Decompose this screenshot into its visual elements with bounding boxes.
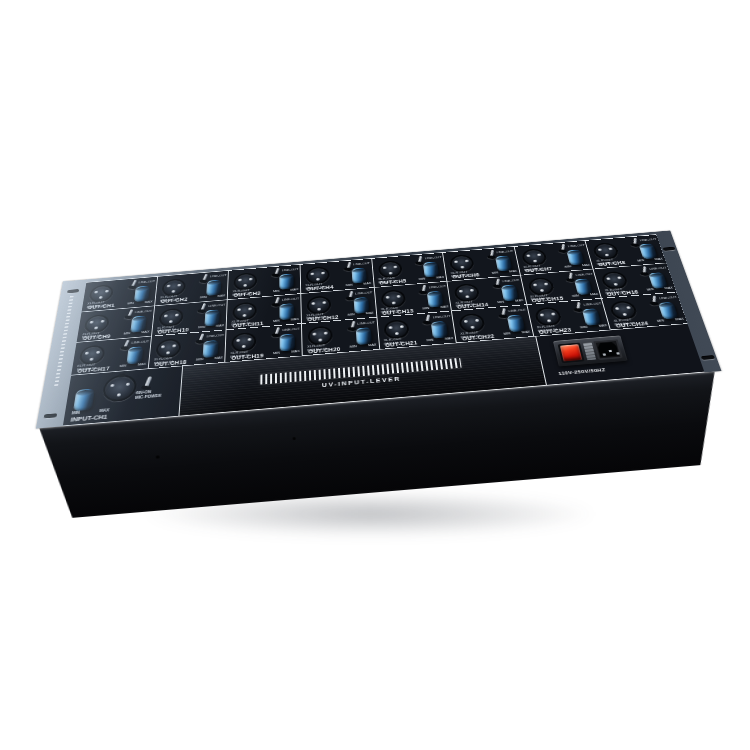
- xlr-pin: [249, 278, 253, 281]
- xlr-pin: [248, 338, 252, 341]
- min-label: MIN: [127, 301, 134, 305]
- channel-toggle-switch: [201, 303, 207, 311]
- switch-label: LINE-OUT: [575, 272, 593, 277]
- xlr-pin: [175, 313, 179, 316]
- xlr-pin: [618, 276, 622, 279]
- mounting-slot: [663, 247, 676, 251]
- xlr-pin: [94, 291, 98, 294]
- max-label: MAX: [521, 330, 530, 334]
- xlr-pin: [394, 332, 398, 335]
- xlr-pin: [464, 320, 468, 323]
- channel-toggle-switch: [634, 238, 637, 245]
- max-label: MAX: [515, 299, 524, 303]
- xlr-pin: [96, 351, 100, 354]
- min-label: MIN: [418, 277, 425, 281]
- xlr-pin: [544, 282, 548, 285]
- xlr-pin: [465, 260, 469, 263]
- xlr-pin: [249, 307, 253, 310]
- min-label: MIN: [426, 338, 433, 342]
- knob-minmax-labels: MINMAX: [348, 311, 374, 317]
- max-label: MAX: [445, 336, 454, 340]
- xlr-pin: [391, 301, 395, 304]
- channel-toggle-switch: [350, 321, 355, 329]
- knob-minmax-labels: MINMAX: [418, 275, 444, 280]
- channel-toggle-switch: [569, 272, 573, 279]
- xlr-pin: [382, 266, 386, 269]
- xlr-pin: [161, 345, 165, 348]
- knob-minmax-labels: MINMAX: [123, 330, 149, 336]
- xlr-pin: [169, 320, 173, 323]
- switch-label: LINE-OUT: [208, 303, 225, 308]
- xlr-pin: [475, 319, 479, 322]
- switch-label: LINE-OUT: [355, 290, 372, 295]
- min-label: MIN: [637, 258, 645, 262]
- xlr-pin: [615, 307, 620, 310]
- channel-toggle-switch: [653, 296, 656, 304]
- switch-label: LINE-OUT: [639, 237, 657, 241]
- xlr-pin: [164, 314, 168, 317]
- switch-label: LINE-OUT: [568, 243, 585, 248]
- switch-label: LINE-OUT: [508, 308, 526, 313]
- channel-toggle-switch: [562, 244, 566, 251]
- channel-toggle-switch: [202, 274, 208, 281]
- min-label: MIN: [71, 411, 80, 416]
- xlr-pin: [465, 295, 469, 298]
- xlr-pin: [238, 308, 242, 311]
- min-label: MIN: [273, 319, 280, 323]
- knob-minmax-labels: MINMAX: [273, 317, 299, 323]
- knob-minmax-labels: MINMAX: [497, 299, 524, 305]
- mic-power-switch: [144, 376, 152, 387]
- xlr-pin: [540, 289, 544, 292]
- max-label: MAX: [144, 299, 152, 303]
- xlr-pin: [533, 260, 537, 263]
- xlr-pin: [243, 314, 247, 317]
- surface-speck: [156, 455, 160, 458]
- min-label: MIN: [497, 300, 504, 304]
- max-label: MAX: [590, 292, 599, 296]
- max-label: MAX: [440, 305, 449, 309]
- channel-toggle-switch: [418, 256, 422, 263]
- channel-toggle-switch: [643, 266, 646, 273]
- xlr-pin: [459, 289, 463, 292]
- knob-minmax-labels: MINMAX: [119, 362, 146, 368]
- knob-minmax-labels: MINMAX: [426, 336, 453, 342]
- xlr-pin: [540, 314, 544, 317]
- max-label: MAX: [509, 269, 518, 273]
- mixer-unit: XLR-OUT PARALLELLINE-OUTMINMAXOUT-CH1XLR…: [19, 168, 729, 521]
- switch-label: LINE-OUT: [138, 279, 155, 284]
- max-label: MAX: [363, 281, 371, 285]
- knob-minmax-labels: MINMAX: [637, 257, 663, 262]
- xlr-pin: [166, 352, 170, 355]
- xlr-pin: [105, 290, 109, 293]
- xlr-pin: [533, 283, 537, 286]
- input-level-knob: [73, 389, 95, 412]
- xlr-pin: [244, 284, 248, 287]
- switch-label: LINE-OUT: [353, 261, 370, 266]
- knob-minmax-labels: MINMAX: [273, 287, 298, 292]
- xlr-pin: [242, 345, 246, 348]
- xlr-pin: [238, 279, 242, 282]
- min-label: MIN: [491, 271, 498, 275]
- knob-minmax-labels: MINMAX: [580, 323, 608, 329]
- switch-label: LINE-OUT: [131, 340, 149, 345]
- xlr-pin: [598, 248, 602, 251]
- xlr-pin: [317, 307, 321, 310]
- switch-label: LINE-OUT: [425, 255, 442, 260]
- min-label: MIN: [200, 295, 207, 299]
- xlr-pin: [627, 306, 632, 309]
- xlr-pin: [547, 320, 551, 323]
- knob-minmax-labels: MINMAX: [646, 286, 673, 292]
- xlr-pin: [316, 278, 320, 281]
- channel-toggle-switch: [346, 262, 351, 269]
- xlr-pin: [526, 254, 530, 257]
- min-label: MIN: [503, 331, 511, 335]
- max-label: MAX: [141, 330, 149, 334]
- min-label: MIN: [273, 289, 280, 293]
- channel-toggle-switch: [274, 327, 280, 335]
- max-label: MAX: [290, 287, 298, 291]
- xlr-pin: [171, 290, 175, 293]
- max-label: MAX: [368, 343, 377, 347]
- switch-label: LINE-OUT: [135, 309, 152, 314]
- max-label: MAX: [436, 275, 444, 279]
- knob-minmax-labels: MINMAX: [127, 299, 153, 304]
- xlr-pin: [311, 302, 315, 305]
- power-rocker-switch: [558, 342, 585, 363]
- switch-label: LINE-OUT: [282, 267, 299, 272]
- mounting-slot: [44, 413, 58, 418]
- xlr-pin: [399, 325, 403, 328]
- switch-label: LINE-OUT: [282, 327, 300, 332]
- xlr-pin: [322, 301, 326, 304]
- xlr-pin: [90, 320, 94, 323]
- knob-minmax-labels: MINMAX: [350, 343, 377, 349]
- knob-minmax-labels: MINMAX: [196, 356, 223, 362]
- xlr-pin: [551, 313, 555, 316]
- max-label: MAX: [214, 356, 222, 360]
- knob-minmax-labels: MINMAX: [422, 305, 448, 311]
- switch-label: LINE-OUT: [649, 266, 667, 271]
- min-label: MIN: [580, 325, 588, 329]
- max-label: MAX: [291, 349, 299, 353]
- min-label: MIN: [346, 283, 353, 287]
- xlr-pin: [310, 273, 314, 276]
- min-label: MIN: [564, 264, 571, 268]
- max-label: MAX: [581, 263, 590, 267]
- knob-minmax-labels: MINMAX: [198, 324, 224, 330]
- xlr-pin: [126, 383, 130, 386]
- xlr-pin: [99, 296, 103, 299]
- xlr-pin: [471, 326, 475, 329]
- knob-minmax-labels: MINMAX: [503, 330, 530, 336]
- xlr-pin: [85, 352, 89, 355]
- xlr-pin: [607, 277, 611, 280]
- xlr-pin: [318, 339, 322, 342]
- xlr-pin: [461, 266, 465, 269]
- knob-minmax-labels: MINMAX: [656, 317, 684, 323]
- xlr-pin: [237, 339, 241, 342]
- knob-minmax-labels: MINMAX: [273, 349, 300, 355]
- knob-minmax-labels: MINMAX: [346, 281, 372, 286]
- xlr-pin: [117, 393, 121, 396]
- min-label: MIN: [123, 332, 130, 336]
- xlr-pin: [324, 332, 328, 335]
- switch-label: LINE-OUT: [659, 295, 678, 300]
- channel-toggle-switch: [274, 268, 279, 275]
- channel-toggle-switch: [348, 291, 353, 299]
- xlr-pin: [94, 326, 98, 329]
- min-label: MIN: [273, 351, 280, 355]
- min-label: MIN: [656, 319, 664, 323]
- switch-label: LINE-OUT: [207, 333, 225, 338]
- xlr-pin: [177, 284, 181, 287]
- mounting-slot: [701, 355, 715, 360]
- max-label: MAX: [366, 311, 374, 315]
- max-label: MAX: [598, 323, 607, 327]
- switch-label: LINE-OUT: [496, 249, 513, 254]
- switch-label: LINE-OUT: [502, 278, 520, 283]
- xlr-input-connector: [101, 374, 137, 403]
- max-label: MAX: [217, 293, 225, 297]
- min-label: MIN: [119, 364, 126, 368]
- xlr-pin: [388, 272, 392, 275]
- mounting-slot: [67, 289, 79, 293]
- max-label: MAX: [675, 317, 684, 321]
- product-photo: XLR-OUT PARALLELLINE-OUTMINMAXOUT-CH1XLR…: [0, 0, 750, 750]
- max-label: MAX: [138, 362, 147, 366]
- channel-toggle-switch: [123, 340, 129, 348]
- channel-toggle-switch: [577, 302, 581, 310]
- xlr-pin: [166, 285, 170, 288]
- max-label: MAX: [654, 257, 663, 261]
- min-label: MIN: [196, 357, 203, 361]
- xlr-pin: [101, 320, 105, 323]
- xlr-pin: [609, 247, 613, 250]
- channel-toggle-switch: [501, 308, 505, 316]
- iec-power-inlet: [593, 339, 622, 360]
- channel-toggle-switch: [127, 309, 133, 317]
- mic-power-label: 48V-ON MIC-POWER: [135, 389, 162, 400]
- power-switch-red-light: [560, 344, 582, 361]
- max-label: MAX: [216, 324, 224, 328]
- max-label: MAX: [99, 408, 109, 413]
- xlr-pin: [605, 254, 609, 257]
- min-label: MIN: [350, 344, 357, 348]
- xlr-pin: [470, 289, 474, 292]
- max-label: MAX: [664, 286, 673, 290]
- channel-toggle-switch: [199, 334, 205, 342]
- channel-toggle-switch: [490, 250, 494, 257]
- channel-toggle-switch: [426, 315, 431, 323]
- xlr-pin: [385, 296, 389, 299]
- power-entry-module: [553, 335, 628, 366]
- xlr-pin: [537, 254, 541, 257]
- channel-toggle-switch: [274, 297, 279, 305]
- input-channel-label: INPUT-CH1: [70, 414, 107, 423]
- xlr-pin: [312, 333, 316, 336]
- switch-label: LINE-OUT: [429, 284, 446, 289]
- knob-minmax-labels: MINMAX: [564, 263, 590, 268]
- switch-label: LINE-OUT: [583, 302, 601, 307]
- channel-toggle-switch: [422, 285, 427, 293]
- max-label: MAX: [291, 317, 299, 321]
- min-label: MIN: [422, 306, 429, 310]
- surface-speck: [292, 437, 295, 440]
- switch-label: LINE-OUT: [433, 314, 451, 319]
- xlr-pin: [393, 266, 397, 269]
- xlr-pin: [623, 313, 628, 316]
- knob-minmax-labels: MINMAX: [572, 292, 599, 298]
- switch-label: LINE-OUT: [282, 296, 299, 301]
- min-label: MIN: [646, 288, 654, 292]
- xlr-latch: [118, 373, 125, 377]
- min-label: MIN: [572, 294, 580, 298]
- knob-minmax-labels: MINMAX: [200, 293, 225, 298]
- voltage-label: 110V-250V/50HZ: [558, 367, 606, 376]
- knob-minmax-labels: MINMAX: [491, 269, 517, 274]
- xlr-pin: [172, 345, 176, 348]
- xlr-pin: [388, 326, 392, 329]
- xlr-pin: [396, 295, 400, 298]
- input-section: 48V-ON MIC-POWER MIN MAX INPUT-CH1: [63, 366, 182, 425]
- min-label: MIN: [198, 325, 205, 329]
- xlr-pin: [89, 358, 93, 361]
- xlr-pin: [614, 283, 618, 286]
- min-label: MIN: [348, 313, 355, 317]
- xlr-pin: [110, 384, 114, 387]
- xlr-pin: [321, 272, 325, 275]
- switch-label: LINE-OUT: [357, 321, 375, 326]
- xlr-pin: [454, 260, 458, 263]
- channel-toggle-switch: [496, 278, 500, 286]
- channel-toggle-switch: [131, 280, 137, 287]
- switch-label: LINE-OUT: [210, 273, 227, 278]
